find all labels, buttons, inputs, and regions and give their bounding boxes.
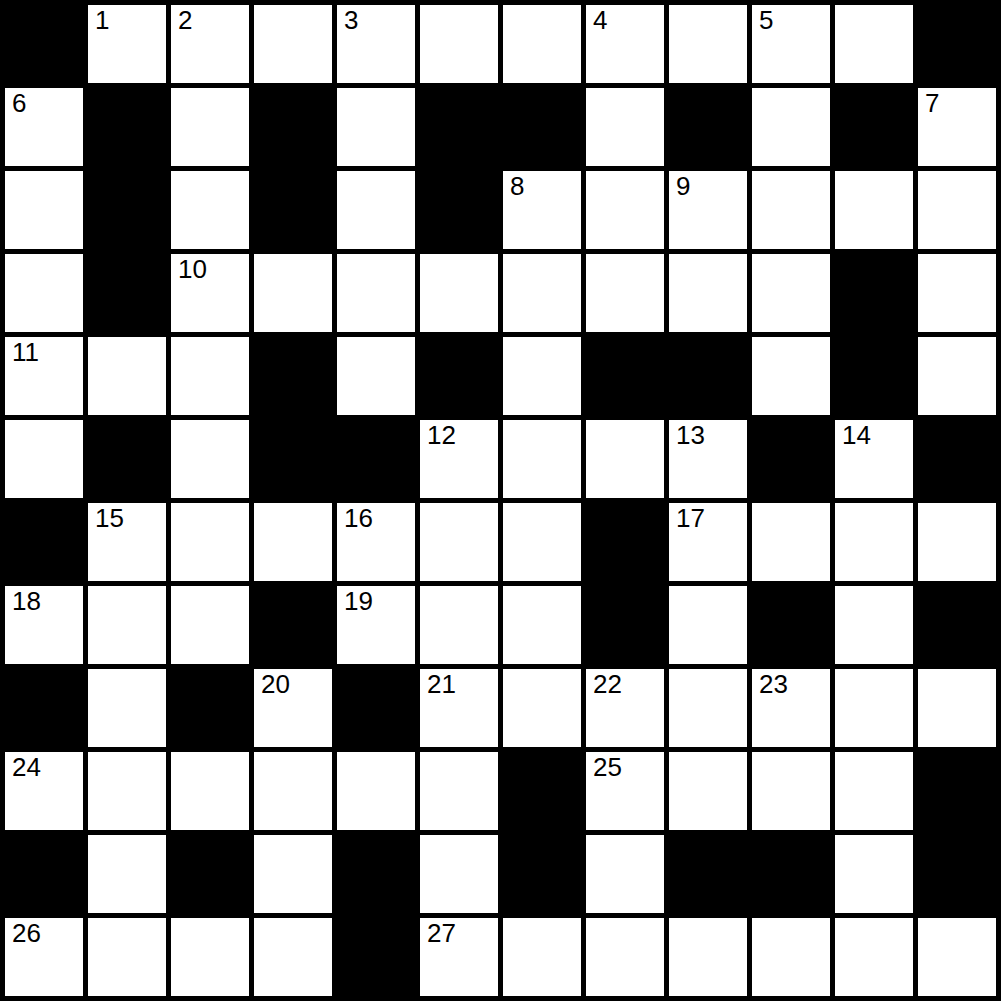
cell-r2-c5[interactable] xyxy=(337,88,415,166)
block-r8-c8 xyxy=(586,586,664,664)
cell-r4-c8[interactable] xyxy=(586,254,664,332)
clue-number: 23 xyxy=(759,670,788,700)
block-r9-c3 xyxy=(171,669,249,747)
clue-number: 15 xyxy=(95,504,124,534)
clue-number: 2 xyxy=(178,6,192,36)
clue-number: 4 xyxy=(593,6,607,36)
block-r3-c2 xyxy=(88,171,166,249)
cell-r4-c9[interactable] xyxy=(669,254,747,332)
cell-r12-c8[interactable] xyxy=(586,918,664,996)
clue-number: 7 xyxy=(925,89,939,119)
cell-r4-c7[interactable] xyxy=(503,254,581,332)
clue-number: 6 xyxy=(12,89,26,119)
cell-r3-c11[interactable] xyxy=(835,171,913,249)
block-r1-c12 xyxy=(918,5,996,83)
cell-r10-c6[interactable] xyxy=(420,752,498,830)
block-r2-c6 xyxy=(420,88,498,166)
clue-number: 8 xyxy=(510,172,524,202)
cell-r10-c2[interactable] xyxy=(88,752,166,830)
cell-r11-c2[interactable] xyxy=(88,835,166,913)
cell-r7-c3[interactable] xyxy=(171,503,249,581)
block-r10-c7 xyxy=(503,752,581,830)
cell-r6-c11[interactable]: 14 xyxy=(835,420,913,498)
cell-r2-c10[interactable] xyxy=(752,88,830,166)
cell-r10-c9[interactable] xyxy=(669,752,747,830)
cell-r1-c2[interactable]: 1 xyxy=(88,5,166,83)
block-r6-c12 xyxy=(918,420,996,498)
cell-r2-c12[interactable]: 7 xyxy=(918,88,996,166)
cell-r5-c3[interactable] xyxy=(171,337,249,415)
cell-r1-c8[interactable]: 4 xyxy=(586,5,664,83)
clue-number: 14 xyxy=(842,421,871,451)
cell-r10-c3[interactable] xyxy=(171,752,249,830)
clue-number: 22 xyxy=(593,670,622,700)
cell-r2-c8[interactable] xyxy=(586,88,664,166)
block-r2-c11 xyxy=(835,88,913,166)
clue-number: 27 xyxy=(427,919,456,949)
cell-r9-c4[interactable]: 20 xyxy=(254,669,332,747)
cell-r12-c9[interactable] xyxy=(669,918,747,996)
cell-r3-c3[interactable] xyxy=(171,171,249,249)
block-r6-c10 xyxy=(752,420,830,498)
block-r11-c7 xyxy=(503,835,581,913)
cell-r8-c11[interactable] xyxy=(835,586,913,664)
cell-r9-c6[interactable]: 21 xyxy=(420,669,498,747)
cell-r10-c10[interactable] xyxy=(752,752,830,830)
cell-r12-c12[interactable] xyxy=(918,918,996,996)
block-r3-c4 xyxy=(254,171,332,249)
cell-r11-c4[interactable] xyxy=(254,835,332,913)
clue-number: 12 xyxy=(427,421,456,451)
cell-r12-c7[interactable] xyxy=(503,918,581,996)
cell-r8-c1[interactable]: 18 xyxy=(5,586,83,664)
cell-r5-c12[interactable] xyxy=(918,337,996,415)
block-r5-c8 xyxy=(586,337,664,415)
block-r2-c4 xyxy=(254,88,332,166)
cell-r3-c8[interactable] xyxy=(586,171,664,249)
cell-r6-c3[interactable] xyxy=(171,420,249,498)
cell-r1-c10[interactable]: 5 xyxy=(752,5,830,83)
cell-r10-c4[interactable] xyxy=(254,752,332,830)
clue-number: 9 xyxy=(676,172,690,202)
cell-r8-c9[interactable] xyxy=(669,586,747,664)
cell-r6-c9[interactable]: 13 xyxy=(669,420,747,498)
cell-r12-c2[interactable] xyxy=(88,918,166,996)
cell-r1-c9[interactable] xyxy=(669,5,747,83)
cell-r12-c4[interactable] xyxy=(254,918,332,996)
block-r6-c2 xyxy=(88,420,166,498)
cell-r9-c7[interactable] xyxy=(503,669,581,747)
block-r5-c4 xyxy=(254,337,332,415)
cell-r5-c5[interactable] xyxy=(337,337,415,415)
cell-r12-c3[interactable] xyxy=(171,918,249,996)
cell-r8-c7[interactable] xyxy=(503,586,581,664)
cell-r7-c4[interactable] xyxy=(254,503,332,581)
block-r2-c7 xyxy=(503,88,581,166)
cell-r4-c1[interactable] xyxy=(5,254,83,332)
cell-r8-c5[interactable]: 19 xyxy=(337,586,415,664)
cell-r9-c2[interactable] xyxy=(88,669,166,747)
clue-number: 1 xyxy=(95,6,109,36)
cell-r4-c3[interactable]: 10 xyxy=(171,254,249,332)
cell-r7-c9[interactable]: 17 xyxy=(669,503,747,581)
cell-r4-c6[interactable] xyxy=(420,254,498,332)
cell-r3-c9[interactable]: 9 xyxy=(669,171,747,249)
cell-r4-c4[interactable] xyxy=(254,254,332,332)
cell-r7-c10[interactable] xyxy=(752,503,830,581)
cell-r9-c8[interactable]: 22 xyxy=(586,669,664,747)
cell-r2-c1[interactable]: 6 xyxy=(5,88,83,166)
block-r11-c9 xyxy=(669,835,747,913)
cell-r10-c8[interactable]: 25 xyxy=(586,752,664,830)
cell-r3-c1[interactable] xyxy=(5,171,83,249)
cell-r5-c2[interactable] xyxy=(88,337,166,415)
cell-r4-c10[interactable] xyxy=(752,254,830,332)
clue-number: 3 xyxy=(344,6,358,36)
cell-r7-c5[interactable]: 16 xyxy=(337,503,415,581)
cell-r1-c4[interactable] xyxy=(254,5,332,83)
cell-r8-c6[interactable] xyxy=(420,586,498,664)
clue-number: 25 xyxy=(593,753,622,783)
block-r4-c2 xyxy=(88,254,166,332)
cell-r3-c12[interactable] xyxy=(918,171,996,249)
cell-r12-c10[interactable] xyxy=(752,918,830,996)
clue-number: 16 xyxy=(344,504,373,534)
cell-r12-c11[interactable] xyxy=(835,918,913,996)
cell-r10-c1[interactable]: 24 xyxy=(5,752,83,830)
clue-number: 5 xyxy=(759,6,773,36)
cell-r9-c12[interactable] xyxy=(918,669,996,747)
cell-r8-c3[interactable] xyxy=(171,586,249,664)
clue-number: 18 xyxy=(12,587,41,617)
cell-r11-c8[interactable] xyxy=(586,835,664,913)
cell-r1-c5[interactable]: 3 xyxy=(337,5,415,83)
block-r11-c3 xyxy=(171,835,249,913)
cell-r12-c6[interactable]: 27 xyxy=(420,918,498,996)
cell-r4-c12[interactable] xyxy=(918,254,996,332)
cell-r5-c7[interactable] xyxy=(503,337,581,415)
block-r11-c12 xyxy=(918,835,996,913)
cell-r7-c12[interactable] xyxy=(918,503,996,581)
cell-r7-c6[interactable] xyxy=(420,503,498,581)
clue-number: 11 xyxy=(12,338,39,368)
cell-r7-c11[interactable] xyxy=(835,503,913,581)
cell-r4-c5[interactable] xyxy=(337,254,415,332)
block-r12-c5 xyxy=(337,918,415,996)
block-r7-c8 xyxy=(586,503,664,581)
cell-r10-c5[interactable] xyxy=(337,752,415,830)
block-r2-c9 xyxy=(669,88,747,166)
block-r10-c12 xyxy=(918,752,996,830)
block-r5-c6 xyxy=(420,337,498,415)
cell-r1-c3[interactable]: 2 xyxy=(171,5,249,83)
block-r6-c4 xyxy=(254,420,332,498)
cell-r2-c3[interactable] xyxy=(171,88,249,166)
cell-r10-c11[interactable] xyxy=(835,752,913,830)
block-r3-c6 xyxy=(420,171,498,249)
cell-r8-c2[interactable] xyxy=(88,586,166,664)
cell-r9-c11[interactable] xyxy=(835,669,913,747)
cell-r9-c9[interactable] xyxy=(669,669,747,747)
clue-number: 24 xyxy=(12,753,41,783)
block-r5-c11 xyxy=(835,337,913,415)
clue-number: 17 xyxy=(676,504,705,534)
cell-r3-c5[interactable] xyxy=(337,171,415,249)
clue-number: 26 xyxy=(12,919,41,949)
block-r9-c5 xyxy=(337,669,415,747)
cell-r11-c11[interactable] xyxy=(835,835,913,913)
block-r4-c11 xyxy=(835,254,913,332)
cell-r7-c7[interactable] xyxy=(503,503,581,581)
crossword-grid: 1234567891011121314151617181920212223242… xyxy=(0,0,1001,1001)
cell-r6-c6[interactable]: 12 xyxy=(420,420,498,498)
cell-r1-c7[interactable] xyxy=(503,5,581,83)
cell-r1-c6[interactable] xyxy=(420,5,498,83)
cell-r1-c11[interactable] xyxy=(835,5,913,83)
cell-r7-c2[interactable]: 15 xyxy=(88,503,166,581)
block-r8-c4 xyxy=(254,586,332,664)
block-r1-c1 xyxy=(5,5,83,83)
cell-r9-c10[interactable]: 23 xyxy=(752,669,830,747)
block-r7-c1 xyxy=(5,503,83,581)
clue-number: 20 xyxy=(261,670,290,700)
cell-r3-c10[interactable] xyxy=(752,171,830,249)
cell-r3-c7[interactable]: 8 xyxy=(503,171,581,249)
block-r11-c10 xyxy=(752,835,830,913)
block-r2-c2 xyxy=(88,88,166,166)
cell-r11-c6[interactable] xyxy=(420,835,498,913)
cell-r6-c8[interactable] xyxy=(586,420,664,498)
clue-number: 10 xyxy=(178,255,207,285)
cell-r12-c1[interactable]: 26 xyxy=(5,918,83,996)
block-r8-c12 xyxy=(918,586,996,664)
clue-number: 21 xyxy=(427,670,456,700)
block-r11-c1 xyxy=(5,835,83,913)
clue-number: 13 xyxy=(676,421,705,451)
block-r11-c5 xyxy=(337,835,415,913)
cell-r5-c10[interactable] xyxy=(752,337,830,415)
block-r6-c5 xyxy=(337,420,415,498)
block-r9-c1 xyxy=(5,669,83,747)
cell-r6-c1[interactable] xyxy=(5,420,83,498)
clue-number: 19 xyxy=(344,587,373,617)
cell-r6-c7[interactable] xyxy=(503,420,581,498)
block-r5-c9 xyxy=(669,337,747,415)
cell-r5-c1[interactable]: 11 xyxy=(5,337,83,415)
block-r8-c10 xyxy=(752,586,830,664)
